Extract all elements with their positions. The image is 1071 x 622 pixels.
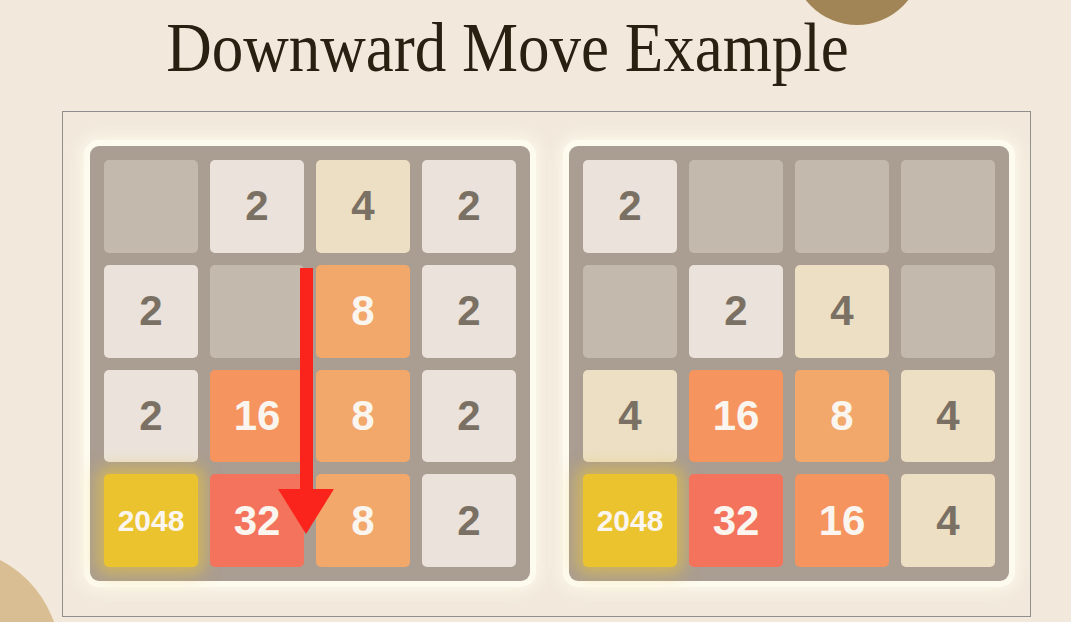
tile-value: 8 [351, 497, 374, 545]
down-arrow-head [278, 489, 334, 534]
page-title: Downward Move Example [51, 13, 965, 83]
tile-2-r4c4: 2 [422, 474, 516, 567]
tile-value: 16 [819, 497, 866, 545]
tile-2-r2c4: 2 [422, 265, 516, 358]
decor-circle-bottom-left [0, 548, 60, 622]
tile-2048-r4c1: 2048 [104, 474, 198, 567]
tile-value: 8 [351, 287, 374, 335]
tile-32-r4c2: 32 [689, 474, 783, 567]
tile-8-r2c3: 8 [316, 265, 410, 358]
tile-value: 4 [618, 392, 641, 440]
tile-4-r3c4: 4 [901, 370, 995, 463]
tile-value: 32 [713, 497, 760, 545]
tile-value: 4 [351, 182, 374, 230]
tile-8-r3c3: 8 [316, 370, 410, 463]
empty-cell-r1c2 [689, 160, 783, 253]
tile-value: 2 [139, 392, 162, 440]
tile-value: 8 [830, 392, 853, 440]
tile-value: 2 [724, 287, 747, 335]
tile-value: 2 [457, 497, 480, 545]
empty-cell-r1c3 [795, 160, 889, 253]
empty-cell-r2c4 [901, 265, 995, 358]
tile-4-r3c1: 4 [583, 370, 677, 463]
tile-4-r1c3: 4 [316, 160, 410, 253]
tile-2-r2c1: 2 [104, 265, 198, 358]
board-after: 22441684204832164 [569, 146, 1009, 581]
tile-value: 2 [457, 392, 480, 440]
tile-value: 2 [245, 182, 268, 230]
tile-value: 4 [936, 497, 959, 545]
tile-2-r1c4: 2 [422, 160, 516, 253]
tile-value: 8 [351, 392, 374, 440]
tile-value: 4 [830, 287, 853, 335]
tile-value: 2 [618, 182, 641, 230]
tile-2-r1c1: 2 [583, 160, 677, 253]
tile-value: 2 [139, 287, 162, 335]
tile-4-r4c4: 4 [901, 474, 995, 567]
empty-cell-r1c4 [901, 160, 995, 253]
empty-cell-r2c1 [583, 265, 677, 358]
tile-16-r3c2: 16 [689, 370, 783, 463]
tile-value: 16 [234, 392, 281, 440]
tile-8-r3c3: 8 [795, 370, 889, 463]
tile-16-r4c3: 16 [795, 474, 889, 567]
tile-value: 2048 [118, 504, 185, 538]
tile-value: 2 [457, 182, 480, 230]
tile-value: 2 [457, 287, 480, 335]
tile-2-r3c1: 2 [104, 370, 198, 463]
tile-2-r3c4: 2 [422, 370, 516, 463]
tile-value: 16 [713, 392, 760, 440]
tile-2-r2c2: 2 [689, 265, 783, 358]
tile-2048-r4c1: 2048 [583, 474, 677, 567]
tile-16-r3c2: 16 [210, 370, 304, 463]
tile-value: 4 [936, 392, 959, 440]
empty-cell-r2c2 [210, 265, 304, 358]
tile-2-r1c2: 2 [210, 160, 304, 253]
empty-cell-r1c1 [104, 160, 198, 253]
tile-4-r2c3: 4 [795, 265, 889, 358]
tile-value: 32 [234, 497, 281, 545]
example-panel: 2422822168220483282 22441684204832164 [62, 111, 1031, 617]
down-arrow-shaft [300, 268, 313, 491]
tile-value: 2048 [597, 504, 664, 538]
